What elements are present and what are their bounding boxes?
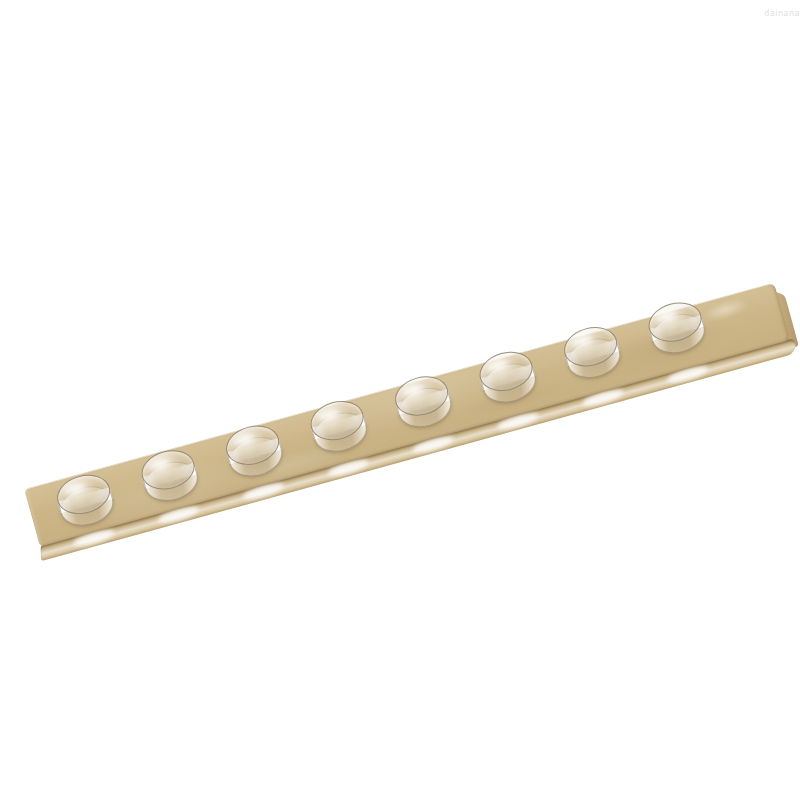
watermark-text: dainana	[756, 9, 800, 19]
product-photo-stage: dainana	[0, 0, 800, 800]
piece-tray	[24, 282, 790, 546]
disc-piece	[137, 444, 203, 508]
tray-front-edge	[41, 338, 796, 561]
disc-piece	[306, 395, 372, 459]
disc-piece	[644, 297, 710, 361]
disc-piece	[475, 346, 541, 410]
disc-piece	[222, 420, 288, 484]
tray-face	[24, 282, 790, 546]
tray-grid	[24, 282, 790, 546]
disc-piece	[391, 370, 457, 434]
disc-piece	[559, 321, 625, 385]
disc-piece	[53, 469, 119, 533]
